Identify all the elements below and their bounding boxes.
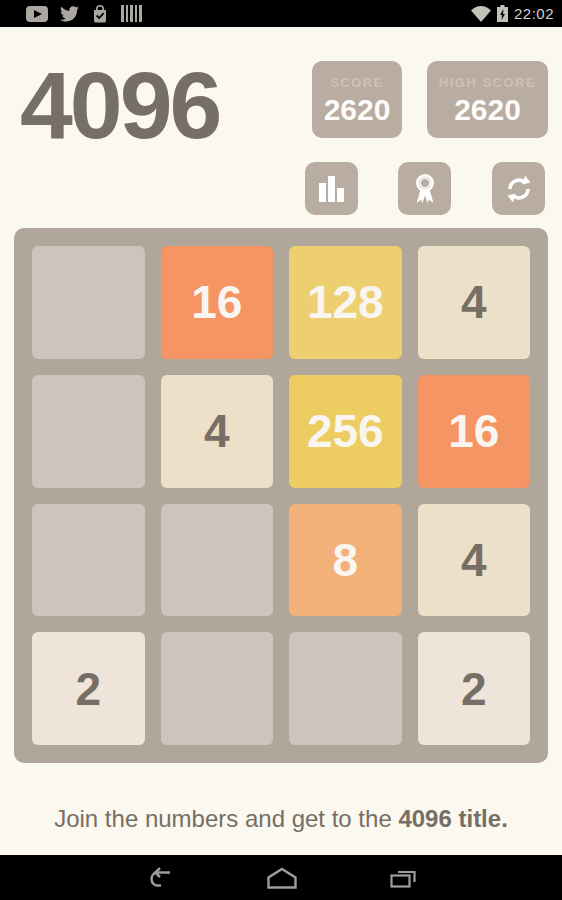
home-button[interactable] [267, 867, 297, 889]
battery-charging-icon [497, 5, 508, 22]
empty-cell [32, 246, 145, 359]
award-ribbon-icon [410, 173, 440, 205]
wifi-icon [471, 6, 491, 22]
board[interactable]: 1612844256168422 [14, 228, 548, 763]
barcode-icon [121, 5, 143, 22]
high-score-label: HIGH SCORE [439, 75, 536, 90]
recents-icon [390, 867, 416, 889]
status-bar-notifications [26, 5, 471, 23]
achievements-button[interactable] [398, 162, 451, 215]
refresh-icon [503, 173, 535, 205]
back-button[interactable] [146, 867, 174, 889]
score-label: SCORE [330, 75, 384, 90]
instruction-text: Join the numbers and get to the 4096 tit… [0, 805, 562, 833]
app-screen: 22:02 4096 SCORE 2620 HIGH SCORE 2620 [0, 0, 562, 900]
youtube-icon [26, 6, 48, 22]
empty-cell [161, 632, 274, 745]
tile-4: 4 [418, 504, 531, 617]
tile-4: 4 [418, 246, 531, 359]
tile-2: 2 [418, 632, 531, 745]
instruction-goal: 4096 title. [398, 805, 507, 832]
high-score-value: 2620 [454, 93, 521, 127]
tile-16: 16 [418, 375, 531, 488]
empty-cell [32, 504, 145, 617]
bar-chart-icon [317, 174, 347, 204]
high-score-box: HIGH SCORE 2620 [427, 61, 548, 138]
tile-8: 8 [289, 504, 402, 617]
tile-128: 128 [289, 246, 402, 359]
status-bar: 22:02 [0, 0, 562, 27]
empty-cell [289, 632, 402, 745]
navigation-bar [0, 855, 562, 900]
tile-4: 4 [161, 375, 274, 488]
recents-button[interactable] [390, 867, 416, 889]
status-bar-system: 22:02 [471, 5, 554, 22]
stats-button[interactable] [305, 162, 358, 215]
playstore-update-icon [91, 5, 109, 23]
twitter-icon [60, 6, 79, 22]
tile-256: 256 [289, 375, 402, 488]
tile-2: 2 [32, 632, 145, 745]
tile-16: 16 [161, 246, 274, 359]
empty-cell [32, 375, 145, 488]
restart-button[interactable] [492, 162, 545, 215]
empty-cell [161, 504, 274, 617]
clock: 22:02 [514, 5, 554, 22]
instruction-prefix: Join the numbers and get to the [54, 805, 398, 832]
home-icon [267, 867, 297, 889]
score-value: 2620 [324, 93, 391, 127]
score-box: SCORE 2620 [312, 61, 402, 138]
game-title: 4096 [20, 58, 219, 153]
back-icon [146, 867, 174, 889]
